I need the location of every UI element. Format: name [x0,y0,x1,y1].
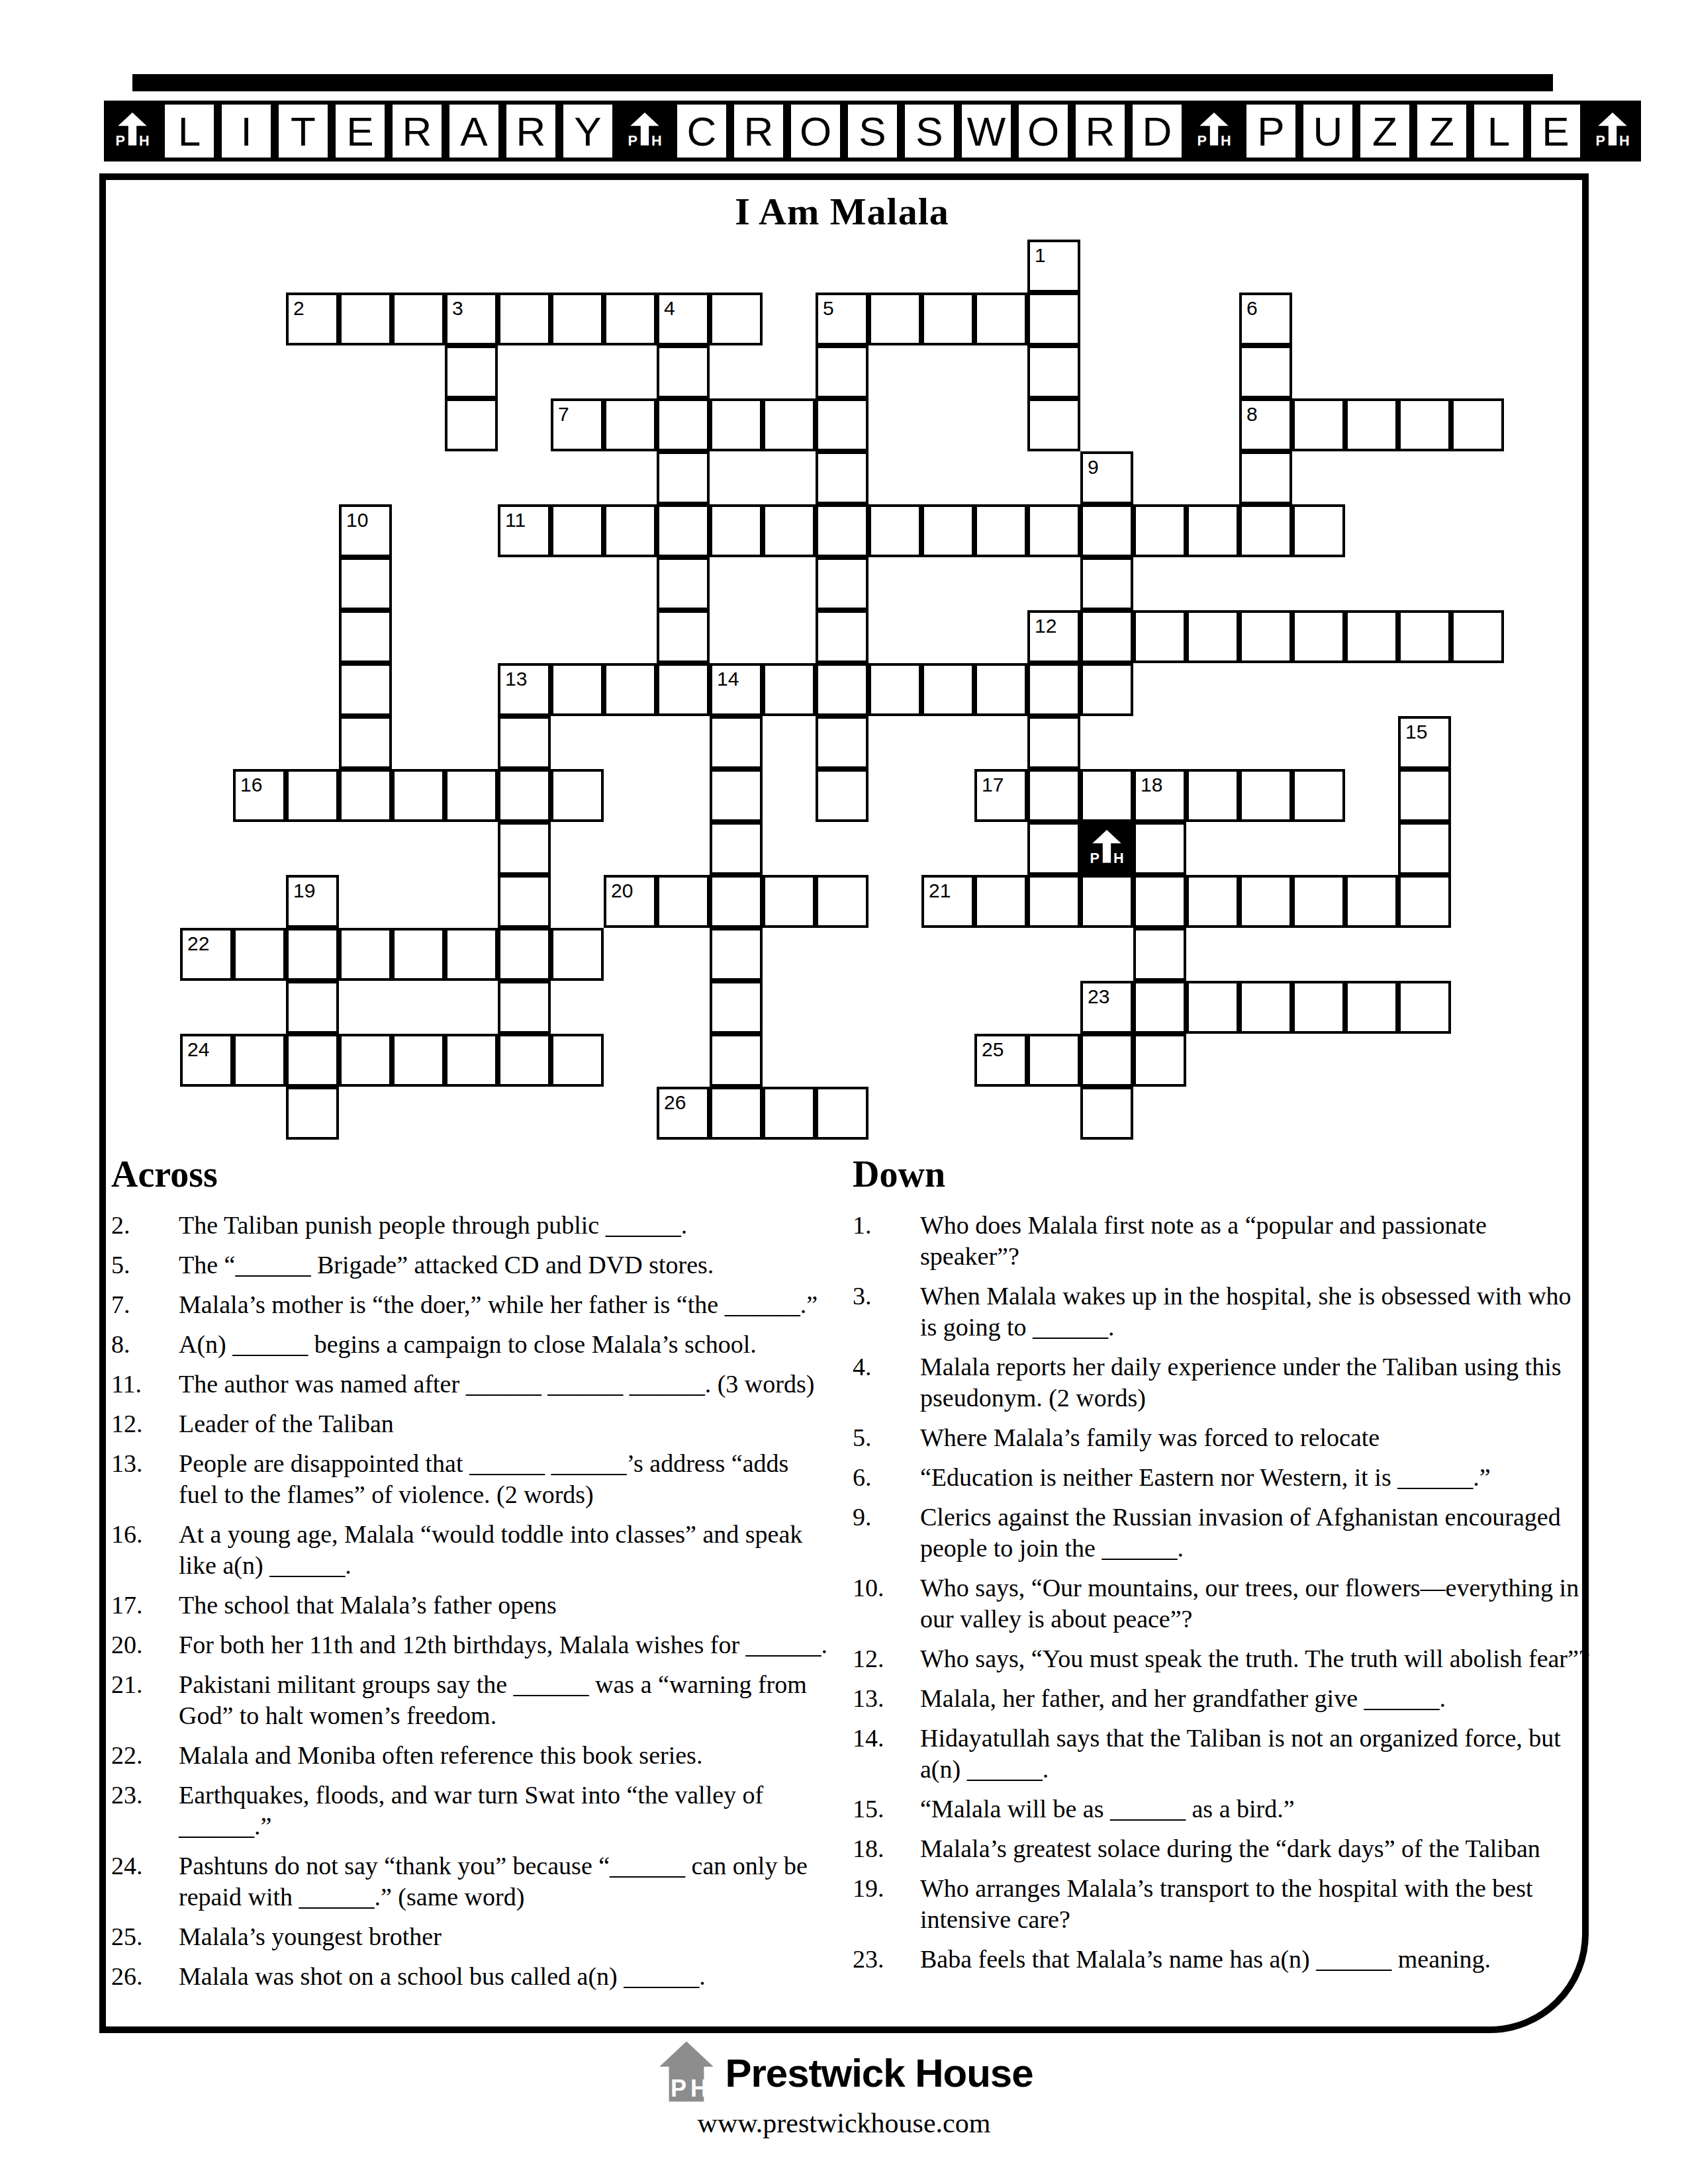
grid-cell[interactable] [1239,345,1292,398]
grid-cell[interactable] [339,769,392,822]
grid-cell[interactable] [1239,610,1292,663]
grid-cell[interactable] [1027,345,1080,398]
grid-cell[interactable] [974,504,1027,557]
grid-cell[interactable] [1186,875,1239,928]
grid-cell[interactable] [657,610,710,663]
grid-cell[interactable] [710,822,763,875]
clue-item-number: 10. [853,1572,920,1635]
grid-cell[interactable]: 24 [180,1034,233,1087]
grid-cell[interactable] [710,981,763,1034]
grid-cell[interactable] [1398,822,1451,875]
banner-letter-cell: E [332,101,389,161]
clue-item-text: When Malala wakes up in the hospital, sh… [920,1281,1590,1343]
grid-cell[interactable] [1080,769,1133,822]
banner-letter-cell: A [445,101,502,161]
clue-item: 5.Where Malala’s family was forced to re… [853,1422,1590,1453]
across-clues-section: Across 2.The Taliban punish people throu… [111,1153,831,2001]
grid-cell[interactable] [657,398,710,451]
clue-item-text: People are disappointed that ______ ____… [179,1448,831,1510]
grid-cell[interactable] [1345,875,1398,928]
grid-cell[interactable] [763,504,816,557]
grid-cell[interactable] [286,769,339,822]
banner-letter-cell: R [1072,101,1129,161]
grid-cell[interactable] [710,1087,763,1140]
clue-item-number: 23. [111,1780,179,1842]
banner-letter-cell: S [844,101,901,161]
grid-cell[interactable] [763,1087,816,1140]
grid-cell[interactable] [816,769,868,822]
clue-item-text: A(n) ______ begins a campaign to close M… [179,1329,831,1360]
clue-number: 13 [505,668,527,690]
clue-item: 22.Malala and Moniba often reference thi… [111,1740,831,1771]
grid-cell[interactable] [816,610,868,663]
grid-cell[interactable] [339,610,392,663]
clue-number: 23 [1088,985,1109,1008]
grid-cell[interactable] [498,1034,551,1087]
grid-cell[interactable] [816,716,868,769]
clue-number: 8 [1246,403,1258,426]
clue-number: 20 [611,880,633,902]
grid-cell[interactable]: 23 [1080,981,1133,1034]
clue-number: 26 [664,1091,686,1114]
grid-cell[interactable] [1080,557,1133,610]
clue-item-number: 8. [111,1329,179,1360]
grid-cell[interactable]: 19 [286,875,339,928]
grid-cell[interactable]: 9 [1080,451,1133,504]
grid-cell[interactable]: 4 [657,293,710,345]
grid-cell[interactable] [1451,398,1504,451]
grid-cell[interactable] [974,875,1027,928]
grid-cell[interactable] [1186,981,1239,1034]
grid-cell[interactable]: 12 [1027,610,1080,663]
grid-cell[interactable] [1292,769,1345,822]
grid-cell[interactable] [657,504,710,557]
grid-cell[interactable] [551,1034,604,1087]
grid-cell[interactable] [921,663,974,716]
clue-number: 15 [1405,721,1427,743]
grid-cell[interactable] [498,875,551,928]
grid-cell[interactable] [657,345,710,398]
clue-number: 7 [558,403,569,426]
grid-cell[interactable] [233,928,286,981]
clue-item-number: 5. [111,1250,179,1281]
grid-cell[interactable] [868,293,921,345]
clue-item: 5.The “______ Brigade” attacked CD and D… [111,1250,831,1281]
clue-item: 16.At a young age, Malala “would toddle … [111,1519,831,1581]
banner-letter-cell: R [730,101,787,161]
grid-cell[interactable] [392,769,445,822]
clue-item-number: 16. [111,1519,179,1581]
banner-letter-cell: U [1299,101,1356,161]
clue-item-text: “Education is neither Eastern nor Wester… [920,1462,1590,1493]
clue-item-number: 23. [853,1944,920,1975]
grid-cell[interactable] [1027,875,1080,928]
grid-cell[interactable] [392,1034,445,1087]
grid-cell[interactable] [1345,981,1398,1034]
clue-item: 25.Malala’s youngest brother [111,1921,831,1952]
grid-cell[interactable] [1451,610,1504,663]
grid-cell[interactable] [816,1087,868,1140]
banner-letter-cell: L [161,101,218,161]
grid-cell[interactable] [1345,398,1398,451]
clue-number: 4 [664,297,675,320]
grid-cell[interactable]: 2 [286,293,339,345]
grid-cell[interactable] [1186,610,1239,663]
grid-cell[interactable]: 11 [498,504,551,557]
clue-number: 11 [505,509,526,531]
clue-item: 23.Baba feels that Malala’s name has a(n… [853,1944,1590,1975]
grid-cell[interactable] [1133,504,1186,557]
across-clue-list: 2.The Taliban punish people through publ… [111,1210,831,1992]
brand-name: Prestwick House [725,2050,1033,2096]
grid-cell[interactable]: 13 [498,663,551,716]
grid-cell[interactable] [1239,981,1292,1034]
clue-item-text: The Taliban punish people through public… [179,1210,831,1241]
grid-cell[interactable] [445,769,498,822]
clue-item-number: 20. [111,1629,179,1661]
grid-cell[interactable]: 21 [921,875,974,928]
literary-crossword-puzzle-banner: PHLITERARYPHCROSSWORDPHPUZZLEPH [104,101,1641,161]
clue-item-number: 12. [853,1643,920,1674]
clue-item: 19.Who arranges Malala’s transport to th… [853,1873,1590,1935]
clue-item-text: Who says, “Our mountains, our trees, our… [920,1572,1590,1635]
clue-item-text: Malala, her father, and her grandfather … [920,1683,1590,1714]
clue-item-number: 2. [111,1210,179,1241]
crossword-grid: 123456789101112131415161718PH19202122232… [180,240,1504,1140]
banner-letter-cell: O [1015,101,1072,161]
clue-item: 15.“Malala will be as ______ as a bird.” [853,1794,1590,1825]
grid-cell[interactable]: 17 [974,769,1027,822]
grid-cell[interactable]: 18 [1133,769,1186,822]
clue-item-number: 4. [853,1351,920,1414]
grid-cell[interactable] [1345,610,1398,663]
grid-cell[interactable] [868,663,921,716]
grid-cell[interactable] [1080,1087,1133,1140]
grid-cell[interactable] [1398,875,1451,928]
clue-number: 3 [452,297,463,320]
clue-item: 21.Pakistani militant groups say the ___… [111,1669,831,1731]
grid-cell[interactable] [1027,504,1080,557]
clue-item-text: Clerics against the Russian invasion of … [920,1502,1590,1564]
grid-cell[interactable] [1133,610,1186,663]
grid-cell[interactable] [1080,504,1133,557]
clue-item: 24.Pashtuns do not say “thank you” becau… [111,1850,831,1913]
grid-cell[interactable]: 22 [180,928,233,981]
grid-cell[interactable] [445,398,498,451]
banner-letter-cell: D [1129,101,1186,161]
svg-text:H: H [651,132,662,149]
grid-cell[interactable]: 1 [1027,240,1080,293]
prestwick-house-icon: PH [655,2040,718,2106]
grid-cell[interactable]: 10 [339,504,392,557]
clue-number: 12 [1035,615,1056,637]
grid-cell[interactable] [763,663,816,716]
banner-letter-cell: S [901,101,958,161]
grid-cell[interactable]: 3 [445,293,498,345]
clue-item: 3.When Malala wakes up in the hospital, … [853,1281,1590,1343]
site-url: www.prestwickhouse.com [0,2107,1688,2139]
grid-cell[interactable] [339,928,392,981]
grid-cell[interactable] [286,981,339,1034]
clue-item-text: Hidayatullah says that the Taliban is no… [920,1723,1590,1785]
grid-cell[interactable] [1398,981,1451,1034]
grid-cell[interactable] [551,293,604,345]
grid-cell[interactable] [286,1087,339,1140]
clue-item-text: Pashtuns do not say “thank you” because … [179,1850,831,1913]
clue-item-number: 21. [111,1669,179,1731]
grid-cell[interactable] [816,504,868,557]
grid-cell[interactable]: 16 [233,769,286,822]
grid-cell[interactable] [1239,769,1292,822]
grid-cell[interactable] [1292,875,1345,928]
clue-number: 16 [240,774,262,796]
grid-cell[interactable] [498,293,551,345]
grid-cell[interactable] [657,663,710,716]
grid-cell[interactable] [339,293,392,345]
grid-cell[interactable] [710,875,763,928]
grid-cell[interactable]: 7 [551,398,604,451]
clue-item-text: For both her 11th and 12th birthdays, Ma… [179,1629,831,1661]
grid-cell[interactable] [286,1034,339,1087]
logo-cell: PH [1080,822,1133,875]
grid-cell[interactable] [1398,769,1451,822]
grid-cell[interactable] [1027,1034,1080,1087]
clue-item-number: 9. [853,1502,920,1564]
grid-cell[interactable] [921,293,974,345]
prestwick-house-icon: PH [104,101,161,161]
grid-cell[interactable] [1027,398,1080,451]
grid-cell[interactable] [1027,663,1080,716]
grid-cell[interactable]: 20 [604,875,657,928]
clue-item-number: 22. [111,1740,179,1771]
clue-item: 10.Who says, “Our mountains, our trees, … [853,1572,1590,1635]
clue-item: 13.Malala, her father, and her grandfath… [853,1683,1590,1714]
grid-cell[interactable] [1292,398,1345,451]
worksheet-page: PHLITERARYPHCROSSWORDPHPUZZLEPH I Am Mal… [0,0,1688,2184]
clue-item-number: 25. [111,1921,179,1952]
banner-letter-cell: T [275,101,332,161]
banner-letter-cell: Z [1413,101,1470,161]
clue-number: 10 [346,509,368,531]
grid-cell[interactable] [1133,928,1186,981]
grid-cell[interactable] [392,293,445,345]
grid-cell[interactable]: 25 [974,1034,1027,1087]
grid-cell[interactable] [1133,1034,1186,1087]
grid-cell[interactable] [921,504,974,557]
clue-item: 12.Who says, “You must speak the truth. … [853,1643,1590,1674]
clue-item: 26.Malala was shot on a school bus calle… [111,1961,831,1992]
clue-item: 9.Clerics against the Russian invasion o… [853,1502,1590,1564]
clue-item-text: Who does Malala first note as a “popular… [920,1210,1590,1272]
grid-cell[interactable] [1133,981,1186,1034]
svg-text:P: P [671,2075,686,2102]
svg-text:P: P [115,132,124,149]
grid-cell[interactable] [551,663,604,716]
clue-item-text: The “______ Brigade” attacked CD and DVD… [179,1250,831,1281]
grid-cell[interactable] [339,663,392,716]
grid-cell[interactable] [816,398,868,451]
grid-cell[interactable] [710,769,763,822]
grid-cell[interactable]: 14 [710,663,763,716]
grid-cell[interactable] [339,1034,392,1087]
banner-letter-cell: R [389,101,445,161]
clue-item-number: 26. [111,1961,179,1992]
grid-cell[interactable]: 15 [1398,716,1451,769]
clue-item-number: 13. [111,1448,179,1510]
clue-item-text: Malala was shot on a school bus called a… [179,1961,831,1992]
grid-cell[interactable] [1080,875,1133,928]
brand-row: PH Prestwick House [0,2040,1688,2106]
grid-cell[interactable] [498,822,551,875]
grid-cell[interactable] [286,928,339,981]
banner-letter-cell: O [787,101,844,161]
clue-item-text: The school that Malala’s father opens [179,1590,831,1621]
svg-text:H: H [1221,132,1231,149]
svg-text:P: P [628,132,637,149]
grid-cell[interactable] [816,451,868,504]
clue-item: 11.The author was named after ______ ___… [111,1369,831,1400]
grid-cell[interactable] [710,504,763,557]
svg-text:H: H [690,2075,708,2102]
clue-item-text: Who says, “You must speak the truth. The… [920,1643,1590,1674]
grid-cell[interactable] [710,293,763,345]
clue-item-text: Pakistani militant groups say the ______… [179,1669,831,1731]
grid-cell[interactable]: 26 [657,1087,710,1140]
grid-cell[interactable] [498,716,551,769]
grid-cell[interactable]: 6 [1239,293,1292,345]
svg-text:H: H [1113,850,1124,866]
grid-cell[interactable] [1292,610,1345,663]
grid-cell[interactable] [816,345,868,398]
grid-cell[interactable] [1239,875,1292,928]
grid-cell[interactable] [1133,822,1186,875]
grid-cell[interactable] [551,504,604,557]
grid-cell[interactable] [445,1034,498,1087]
clue-number: 14 [717,668,739,690]
grid-cell[interactable] [1292,981,1345,1034]
clue-item: 18.Malala’s greatest solace during the “… [853,1833,1590,1864]
grid-cell[interactable] [1133,875,1186,928]
grid-cell[interactable] [1186,769,1239,822]
clue-number: 6 [1246,297,1258,320]
clue-number: 5 [823,297,834,320]
banner-letter-cell: Z [1356,101,1413,161]
grid-cell[interactable] [1398,610,1451,663]
grid-cell[interactable] [1292,504,1345,557]
grid-cell[interactable] [339,557,392,610]
grid-cell[interactable]: 8 [1239,398,1292,451]
clue-item-text: Leader of the Taliban [179,1408,831,1439]
grid-cell[interactable] [763,398,816,451]
grid-cell[interactable] [710,928,763,981]
clue-item-text: Baba feels that Malala’s name has a(n) _… [920,1944,1590,1975]
grid-cell[interactable] [445,345,498,398]
grid-cell[interactable] [816,663,868,716]
grid-cell[interactable] [604,293,657,345]
clue-item-number: 1. [853,1210,920,1272]
grid-cell[interactable] [1239,451,1292,504]
clue-item-text: Malala’s mother is “the doer,” while her… [179,1289,831,1320]
across-heading: Across [111,1153,831,1195]
grid-cell[interactable] [551,769,604,822]
grid-cell[interactable] [498,981,551,1034]
grid-cell[interactable] [710,716,763,769]
grid-cell[interactable]: 5 [816,293,868,345]
clue-item: 20.For both her 11th and 12th birthdays,… [111,1629,831,1661]
grid-cell[interactable] [657,875,710,928]
grid-cell[interactable] [816,557,868,610]
grid-cell[interactable] [498,928,551,981]
grid-cell[interactable] [816,875,868,928]
prestwick-house-icon: PH [1186,101,1243,161]
banner-letter-cell: I [218,101,275,161]
clue-number: 22 [187,933,209,955]
down-clues-section: Down 1.Who does Malala first note as a “… [853,1153,1590,1983]
grid-cell[interactable] [868,504,921,557]
grid-cell[interactable] [604,663,657,716]
grid-cell[interactable] [1027,293,1080,345]
clue-item-number: 7. [111,1289,179,1320]
grid-cell[interactable] [1027,822,1080,875]
grid-cell[interactable] [657,557,710,610]
grid-cell[interactable] [974,663,1027,716]
grid-cell[interactable] [710,398,763,451]
grid-cell[interactable] [604,398,657,451]
grid-cell[interactable] [445,928,498,981]
grid-cell[interactable] [1398,398,1451,451]
grid-cell[interactable] [763,875,816,928]
prestwick-house-icon: PH [1584,101,1641,161]
publisher-footer: PH Prestwick House www.prestwickhouse.co… [0,2040,1688,2139]
grid-cell[interactable] [1186,504,1239,557]
grid-cell[interactable] [233,1034,286,1087]
clue-item-number: 6. [853,1462,920,1493]
grid-cell[interactable] [1080,1034,1133,1087]
clue-item-text: Malala reports her daily experience unde… [920,1351,1590,1414]
grid-cell[interactable] [551,928,604,981]
prestwick-house-icon: PH [616,101,673,161]
clue-number: 18 [1141,774,1162,796]
grid-cell[interactable] [392,928,445,981]
clue-number: 24 [187,1038,209,1061]
banner-letter-cell: L [1470,101,1527,161]
clue-item: 4.Malala reports her daily experience un… [853,1351,1590,1414]
clue-item-number: 13. [853,1683,920,1714]
grid-cell[interactable] [1239,504,1292,557]
grid-cell[interactable] [498,769,551,822]
clue-item-text: “Malala will be as ______ as a bird.” [920,1794,1590,1825]
clue-item-text: Where Malala’s family was forced to relo… [920,1422,1590,1453]
grid-cell[interactable] [710,1034,763,1087]
grid-cell[interactable] [1080,663,1133,716]
clue-item: 12.Leader of the Taliban [111,1408,831,1439]
grid-cell[interactable] [604,504,657,557]
grid-cell[interactable] [974,293,1027,345]
clue-item-number: 11. [111,1369,179,1400]
grid-cell[interactable] [1027,716,1080,769]
grid-cell[interactable] [657,451,710,504]
clue-item: 13.People are disappointed that ______ _… [111,1448,831,1510]
grid-cell[interactable] [1027,769,1080,822]
clue-item-number: 18. [853,1833,920,1864]
grid-cell[interactable] [1080,610,1133,663]
clue-item: 7.Malala’s mother is “the doer,” while h… [111,1289,831,1320]
clue-item-text: Malala’s youngest brother [179,1921,831,1952]
banner-letter-cell: C [673,101,730,161]
svg-text:H: H [1619,132,1630,149]
svg-text:P: P [1595,132,1605,149]
grid-cell[interactable] [339,716,392,769]
